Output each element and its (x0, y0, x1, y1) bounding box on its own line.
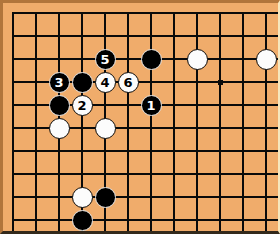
grid-line-horizontal (12, 35, 278, 37)
black-stone: 5 (95, 49, 116, 70)
white-stone (256, 49, 277, 70)
white-stone: 4 (95, 72, 116, 93)
grid-line-horizontal (12, 196, 278, 198)
move-number: 6 (123, 75, 132, 88)
white-stone (187, 49, 208, 70)
white-stone (72, 187, 93, 208)
grid-line-vertical (127, 12, 129, 231)
go-board-diagram: 534621 (0, 0, 280, 234)
grid-line-horizontal (12, 173, 278, 175)
white-stone: 2 (72, 95, 93, 116)
grid-line-vertical (265, 12, 267, 231)
black-stone (141, 49, 162, 70)
black-stone: 3 (49, 72, 70, 93)
grid-line-horizontal (12, 150, 278, 152)
move-number: 2 (77, 98, 86, 111)
move-number: 4 (100, 75, 109, 88)
star-point (218, 80, 223, 85)
grid-line-horizontal (12, 12, 278, 14)
grid-line-vertical (173, 12, 175, 231)
black-stone: 1 (141, 95, 162, 116)
move-number: 1 (146, 98, 155, 111)
grid-line-horizontal (12, 219, 278, 221)
white-stone (95, 118, 116, 139)
black-stone (72, 72, 93, 93)
black-stone (49, 95, 70, 116)
grid-line-vertical (12, 12, 14, 231)
move-number: 3 (54, 75, 63, 88)
black-stone (72, 210, 93, 231)
white-stone (49, 118, 70, 139)
move-number: 5 (100, 52, 109, 65)
white-stone: 6 (118, 72, 139, 93)
grid-line-vertical (150, 12, 152, 231)
grid-line-vertical (35, 12, 37, 231)
grid-line-vertical (196, 12, 198, 231)
grid-line-vertical (219, 12, 221, 231)
black-stone (95, 187, 116, 208)
grid-line-vertical (242, 12, 244, 231)
